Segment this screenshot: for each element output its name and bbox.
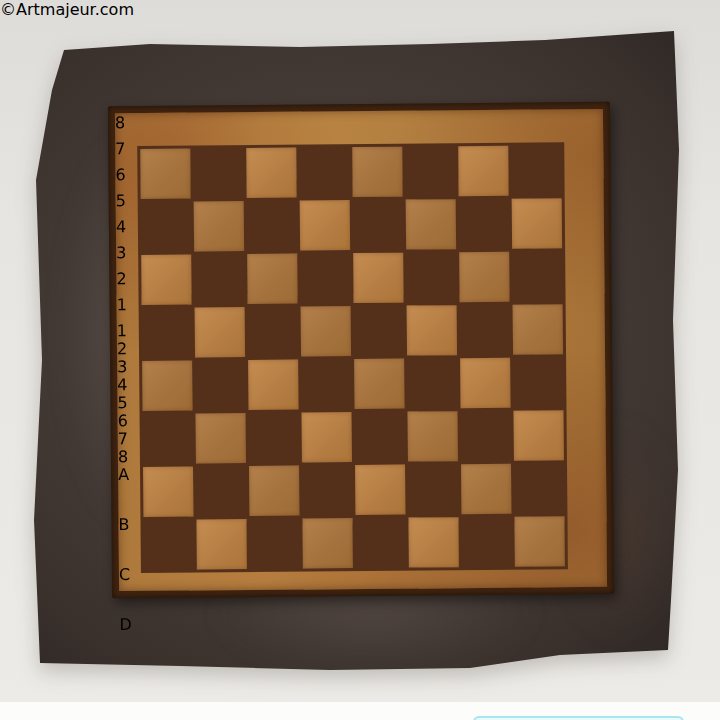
square-g1[interactable] [141,201,191,251]
square-h7[interactable] [458,146,508,196]
square-a7[interactable] [461,517,511,567]
left-label-D: D [119,615,143,665]
square-h8[interactable] [511,145,561,195]
square-a2[interactable] [196,519,246,569]
left-label-A: A [118,465,142,515]
bottom-action-pill[interactable] [473,716,684,720]
top-label-8: 8 [115,113,165,139]
square-d2[interactable] [195,360,245,410]
square-b7[interactable] [461,464,511,514]
square-f3[interactable] [247,254,297,304]
square-d5[interactable] [354,359,404,409]
square-a8[interactable] [514,516,564,566]
square-f8[interactable] [512,251,562,301]
square-g8[interactable] [512,198,562,248]
square-a3[interactable] [249,519,299,569]
square-h5[interactable] [352,147,402,197]
square-b8[interactable] [514,463,564,513]
square-a5[interactable] [355,518,405,568]
square-e3[interactable] [248,307,298,357]
left-label-B: B [118,515,142,565]
square-g3[interactable] [247,201,297,251]
square-d3[interactable] [248,360,298,410]
square-c4[interactable] [302,412,352,462]
square-h6[interactable] [405,146,455,196]
square-f7[interactable] [459,252,509,302]
square-g5[interactable] [353,200,403,250]
ceramic-plate: 87654321 12345678 ABCDEFGH HGFEDCBA Angè… [0,0,720,702]
square-c8[interactable] [514,410,564,460]
square-h2[interactable] [193,148,243,198]
square-d1[interactable] [142,360,192,410]
square-c2[interactable] [196,413,246,463]
square-g4[interactable] [300,200,350,250]
square-e2[interactable] [195,307,245,357]
left-label-C: C [119,565,143,615]
square-b1[interactable] [143,466,193,516]
square-d6[interactable] [407,358,457,408]
square-a1[interactable] [143,519,193,569]
board-rim: 87654321 12345678 ABCDEFGH HGFEDCBA Angè… [108,102,614,598]
square-f4[interactable] [300,253,350,303]
plate-wrap: 87654321 12345678 ABCDEFGH HGFEDCBA Angè… [0,0,720,702]
screenshot: 87654321 12345678 ABCDEFGH HGFEDCBA Angè… [0,0,720,720]
square-c7[interactable] [461,411,511,461]
square-e7[interactable] [460,305,510,355]
square-f5[interactable] [353,253,403,303]
square-e4[interactable] [301,306,351,356]
square-f1[interactable] [141,254,191,304]
square-b2[interactable] [196,466,246,516]
square-f6[interactable] [406,252,456,302]
square-a4[interactable] [302,518,352,568]
square-e5[interactable] [354,306,404,356]
square-e1[interactable] [142,307,192,357]
square-b5[interactable] [355,465,405,515]
square-c3[interactable] [249,413,299,463]
square-e6[interactable] [407,305,457,355]
square-c1[interactable] [143,413,193,463]
square-h3[interactable] [246,148,296,198]
square-g2[interactable] [194,201,244,251]
square-d7[interactable] [460,358,510,408]
square-b3[interactable] [249,466,299,516]
square-d4[interactable] [301,359,351,409]
chess-board: 87654321 12345678 ABCDEFGH HGFEDCBA Angè… [115,109,607,591]
square-b6[interactable] [408,464,458,514]
square-h1[interactable] [140,148,190,198]
square-c5[interactable] [355,412,405,462]
square-h4[interactable] [299,147,349,197]
square-g6[interactable] [406,199,456,249]
square-g7[interactable] [459,199,509,249]
square-f2[interactable] [194,254,244,304]
square-d8[interactable] [513,357,563,407]
square-b4[interactable] [302,465,352,515]
square-e8[interactable] [513,304,563,354]
photo-area: 87654321 12345678 ABCDEFGH HGFEDCBA Angè… [0,0,720,702]
square-a6[interactable] [408,517,458,567]
square-c6[interactable] [408,411,458,461]
board-grid [140,145,565,570]
